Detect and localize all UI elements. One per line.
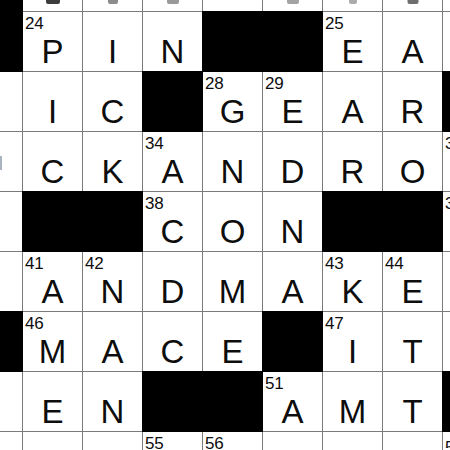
cutoff-letter-fragment bbox=[287, 0, 299, 4]
cell-r1c1[interactable]: 24P bbox=[23, 12, 82, 71]
cutoff-letter-fragment bbox=[46, 0, 60, 4]
cell-letter: E bbox=[323, 35, 382, 68]
clue-number: 29 bbox=[265, 75, 283, 92]
cell-r2c4[interactable]: 28G bbox=[203, 72, 262, 131]
cell-r2c7[interactable]: R bbox=[383, 72, 442, 131]
cell-letter: C bbox=[143, 335, 202, 368]
cell-letter: I bbox=[323, 335, 382, 368]
cell-r8c7[interactable] bbox=[383, 432, 442, 450]
black-square bbox=[443, 72, 450, 131]
cell-r0c5[interactable] bbox=[263, 0, 322, 11]
cell-letter: C bbox=[143, 215, 202, 248]
cell-r5c4[interactable]: M bbox=[203, 252, 262, 311]
clue-number: 5 bbox=[445, 439, 450, 450]
cell-letter: P bbox=[23, 35, 82, 68]
black-square bbox=[0, 0, 22, 11]
cell-r4c8[interactable]: 3 bbox=[443, 192, 450, 251]
cell-r0c3[interactable] bbox=[143, 0, 202, 11]
cell-r5c1[interactable]: 41A bbox=[23, 252, 82, 311]
clue-number: 44 bbox=[385, 255, 403, 272]
cell-letter: A bbox=[383, 35, 442, 68]
black-square bbox=[83, 192, 142, 251]
cell-r3c7[interactable]: O bbox=[383, 132, 442, 191]
cell-letter: M bbox=[323, 395, 382, 428]
cell-r0c6[interactable] bbox=[323, 0, 382, 11]
cell-r3c3[interactable]: 34A bbox=[143, 132, 202, 191]
cell-letter: M bbox=[23, 335, 82, 368]
cell-r1c8[interactable] bbox=[443, 12, 450, 71]
cell-r3c5[interactable]: D bbox=[263, 132, 322, 191]
cell-r1c3[interactable]: N bbox=[143, 12, 202, 71]
cell-letter: G bbox=[203, 95, 262, 128]
cell-letter: E bbox=[203, 335, 262, 368]
cell-letter: T bbox=[383, 335, 442, 368]
cell-r6c4[interactable]: E bbox=[203, 312, 262, 371]
black-square bbox=[443, 372, 450, 431]
black-square bbox=[203, 12, 262, 71]
clue-number: 47 bbox=[325, 315, 343, 332]
cell-r5c7[interactable]: 44E bbox=[383, 252, 442, 311]
black-square bbox=[263, 12, 322, 71]
cell-r0c2[interactable] bbox=[83, 0, 142, 11]
cell-r0c4[interactable] bbox=[203, 0, 262, 11]
cell-letter: N bbox=[143, 35, 202, 68]
clue-number: 28 bbox=[205, 75, 223, 92]
cell-r4c3[interactable]: 38C bbox=[143, 192, 202, 251]
cell-letter: A bbox=[23, 275, 82, 308]
cell-r6c3[interactable]: C bbox=[143, 312, 202, 371]
cell-r8c1[interactable] bbox=[23, 432, 82, 450]
black-square bbox=[0, 312, 22, 371]
cell-r4c5[interactable]: N bbox=[263, 192, 322, 251]
cell-letter: C bbox=[23, 155, 82, 188]
black-square bbox=[0, 12, 22, 71]
cell-r6c8[interactable] bbox=[443, 312, 450, 371]
clue-number: 55 bbox=[145, 435, 163, 450]
cell-letter: K bbox=[323, 275, 382, 308]
cell-r2c5[interactable]: 29E bbox=[263, 72, 322, 131]
cell-r5c8[interactable] bbox=[443, 252, 450, 311]
cell-r4c0[interactable] bbox=[0, 192, 22, 251]
cell-letter: N bbox=[83, 395, 142, 428]
clue-number: 46 bbox=[25, 315, 43, 332]
cell-letter: A bbox=[323, 95, 382, 128]
cell-r8c6[interactable] bbox=[323, 432, 382, 450]
cell-r5c0[interactable] bbox=[0, 252, 22, 311]
cell-letter: T bbox=[383, 395, 442, 428]
cell-letter: E bbox=[263, 95, 322, 128]
cell-letter: D bbox=[143, 275, 202, 308]
cell-r5c3[interactable]: D bbox=[143, 252, 202, 311]
cell-letter: I bbox=[83, 35, 142, 68]
cell-r3c2[interactable]: K bbox=[83, 132, 142, 191]
cell-r3c0[interactable] bbox=[0, 132, 22, 191]
cell-r1c6[interactable]: 25E bbox=[323, 12, 382, 71]
cell-letter: A bbox=[263, 275, 322, 308]
cell-letter: R bbox=[323, 155, 382, 188]
cell-letter: N bbox=[263, 215, 322, 248]
cell-r8c3[interactable]: 55 bbox=[143, 432, 202, 450]
cell-letter: A bbox=[263, 395, 322, 428]
cell-r8c8[interactable]: 5 bbox=[443, 432, 450, 450]
black-square bbox=[23, 192, 82, 251]
black-square bbox=[383, 192, 442, 251]
cell-letter: E bbox=[383, 275, 442, 308]
clue-number: 34 bbox=[145, 135, 163, 152]
cutoff-letter-fragment bbox=[407, 0, 418, 4]
cell-r3c8[interactable]: 3 bbox=[443, 132, 450, 191]
cell-r7c7[interactable]: T bbox=[383, 372, 442, 431]
black-square bbox=[203, 372, 262, 431]
clue-number: 43 bbox=[325, 255, 343, 272]
cell-r3c4[interactable]: N bbox=[203, 132, 262, 191]
cell-letter: O bbox=[203, 215, 262, 248]
cell-r8c4[interactable]: 56 bbox=[203, 432, 262, 450]
cell-letter: I bbox=[23, 95, 82, 128]
cell-letter: C bbox=[83, 95, 142, 128]
cell-r2c0[interactable] bbox=[0, 72, 22, 131]
cell-r8c5[interactable] bbox=[263, 432, 322, 450]
clue-number: 42 bbox=[85, 255, 103, 272]
cell-r3c1[interactable]: C bbox=[23, 132, 82, 191]
cutoff-letter-fragment bbox=[167, 0, 179, 4]
cutoff-letter-fragment bbox=[108, 0, 118, 4]
clue-number: 56 bbox=[205, 435, 223, 450]
clue-number: 3 bbox=[445, 135, 450, 152]
cell-r5c6[interactable]: 43K bbox=[323, 252, 382, 311]
cell-letter: N bbox=[83, 275, 142, 308]
cell-r0c1[interactable] bbox=[23, 0, 82, 11]
clue-number: 24 bbox=[25, 15, 43, 32]
cell-letter: K bbox=[83, 155, 142, 188]
cell-letter: A bbox=[83, 335, 142, 368]
cell-r7c5[interactable]: 51A bbox=[263, 372, 322, 431]
cell-r1c7[interactable]: A bbox=[383, 12, 442, 71]
cell-r7c2[interactable]: N bbox=[83, 372, 142, 431]
cell-r6c7[interactable]: T bbox=[383, 312, 442, 371]
clue-number: 51 bbox=[265, 375, 283, 392]
cell-r1c2[interactable]: I bbox=[83, 12, 142, 71]
crossword-grid: 24PIN25EAIC28G29EARCK34ANDRO338CON341A42… bbox=[0, 0, 450, 450]
cell-letter: R bbox=[383, 95, 442, 128]
black-square bbox=[263, 312, 322, 371]
cell-r5c2[interactable]: 42N bbox=[83, 252, 142, 311]
cell-letter: A bbox=[143, 155, 202, 188]
cell-r3c6[interactable]: R bbox=[323, 132, 382, 191]
cell-r2c2[interactable]: C bbox=[83, 72, 142, 131]
cell-letter: M bbox=[203, 275, 262, 308]
cell-r6c6[interactable]: 47I bbox=[323, 312, 382, 371]
cell-r2c6[interactable]: A bbox=[323, 72, 382, 131]
cell-r7c6[interactable]: M bbox=[323, 372, 382, 431]
black-square bbox=[323, 192, 382, 251]
cell-letter: D bbox=[263, 155, 322, 188]
cutoff-letter-fragment bbox=[0, 156, 2, 170]
cell-r6c2[interactable]: A bbox=[83, 312, 142, 371]
cell-r0c8[interactable] bbox=[443, 0, 450, 11]
cell-letter: N bbox=[203, 155, 262, 188]
cell-letter: E bbox=[23, 395, 82, 428]
cell-r7c1[interactable]: E bbox=[23, 372, 82, 431]
cell-r0c7[interactable] bbox=[383, 0, 442, 11]
black-square bbox=[143, 72, 202, 131]
cell-r8c2[interactable] bbox=[83, 432, 142, 450]
clue-number: 3 bbox=[445, 195, 450, 212]
cell-r8c0[interactable] bbox=[0, 432, 22, 450]
black-square bbox=[143, 372, 202, 431]
cell-r4c4[interactable]: O bbox=[203, 192, 262, 251]
cell-letter: O bbox=[383, 155, 442, 188]
cell-r7c0[interactable] bbox=[0, 372, 22, 431]
cell-r5c5[interactable]: A bbox=[263, 252, 322, 311]
clue-number: 25 bbox=[325, 15, 343, 32]
cell-r2c1[interactable]: I bbox=[23, 72, 82, 131]
cell-r6c1[interactable]: 46M bbox=[23, 312, 82, 371]
cutoff-letter-fragment bbox=[349, 0, 357, 4]
clue-number: 41 bbox=[25, 255, 43, 272]
clue-number: 38 bbox=[145, 195, 163, 212]
